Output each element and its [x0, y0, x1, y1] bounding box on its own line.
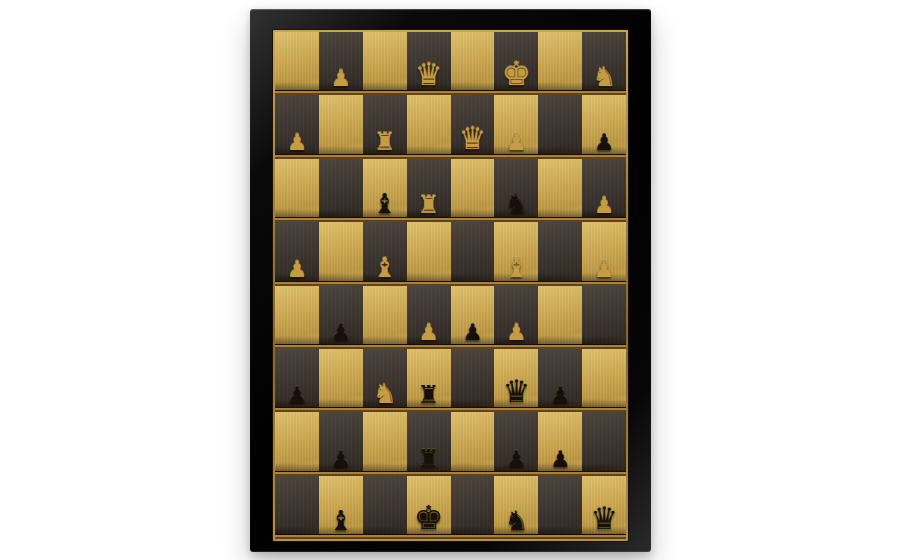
- square-f2[interactable]: ♟: [494, 412, 538, 475]
- gold-rook: ♜: [407, 192, 451, 217]
- square-e4[interactable]: ♟: [451, 286, 495, 349]
- square-h1[interactable]: ♛: [582, 476, 626, 539]
- square-d2[interactable]: ♜: [407, 412, 451, 475]
- square-c7[interactable]: ♜: [363, 95, 407, 158]
- square-g7[interactable]: [538, 95, 582, 158]
- gold-knight: ♞: [363, 380, 407, 407]
- square-a7[interactable]: ♟: [275, 95, 319, 158]
- chess-board: ♟♛♚♞♟♜♛♟♟♝♜♞♟♟♝♝♟♟♟♟♟♟♞♜♛♟♟♜♟♟♝♚♞♛: [275, 32, 626, 539]
- product-photo: ♟♛♚♞♟♜♛♟♟♝♜♞♟♟♝♝♟♟♟♟♟♟♞♜♛♟♟♜♟♟♝♚♞♛: [0, 0, 900, 560]
- gold-pawn: ♟: [494, 321, 538, 344]
- square-h3[interactable]: [582, 349, 626, 412]
- square-c4[interactable]: [363, 286, 407, 349]
- square-a3[interactable]: ♟: [275, 349, 319, 412]
- black-rook: ♜: [407, 382, 451, 407]
- gold-queen: ♛: [407, 59, 451, 90]
- black-pawn: ♟: [582, 131, 626, 154]
- square-h5[interactable]: ♟: [582, 222, 626, 285]
- square-b2[interactable]: ♟: [319, 412, 363, 475]
- gold-pawn: ♟: [582, 194, 626, 217]
- square-d5[interactable]: [407, 222, 451, 285]
- square-b8[interactable]: ♟: [319, 32, 363, 95]
- square-c6[interactable]: ♝: [363, 159, 407, 222]
- square-e5[interactable]: [451, 222, 495, 285]
- black-knight: ♞: [494, 507, 538, 534]
- gold-pawn: ♟: [275, 131, 319, 154]
- gold-knight: ♞: [582, 63, 626, 90]
- square-b4[interactable]: ♟: [319, 286, 363, 349]
- square-g8[interactable]: [538, 32, 582, 95]
- square-c1[interactable]: [363, 476, 407, 539]
- black-pawn: ♟: [451, 321, 495, 344]
- gold-bishop: ♝: [363, 254, 407, 281]
- square-f3[interactable]: ♛: [494, 349, 538, 412]
- square-g5[interactable]: [538, 222, 582, 285]
- gold-king: ♚: [494, 57, 538, 90]
- gold-pawn: ♟: [582, 258, 626, 281]
- square-d3[interactable]: ♜: [407, 349, 451, 412]
- square-d7[interactable]: [407, 95, 451, 158]
- gold-pawn: ♟: [275, 258, 319, 281]
- square-a2[interactable]: [275, 412, 319, 475]
- square-a1[interactable]: [275, 476, 319, 539]
- square-e3[interactable]: [451, 349, 495, 412]
- black-pawn: ♟: [538, 448, 582, 471]
- square-e6[interactable]: [451, 159, 495, 222]
- square-f4[interactable]: ♟: [494, 286, 538, 349]
- square-c8[interactable]: [363, 32, 407, 95]
- square-d4[interactable]: ♟: [407, 286, 451, 349]
- black-knight: ♞: [494, 190, 538, 217]
- square-b3[interactable]: [319, 349, 363, 412]
- square-a6[interactable]: [275, 159, 319, 222]
- black-bishop: ♝: [363, 190, 407, 217]
- square-a5[interactable]: ♟: [275, 222, 319, 285]
- gold-pawn: ♟: [407, 321, 451, 344]
- square-h4[interactable]: [582, 286, 626, 349]
- square-h2[interactable]: [582, 412, 626, 475]
- square-f8[interactable]: ♚: [494, 32, 538, 95]
- gold-queen: ♛: [451, 123, 495, 154]
- black-pawn: ♟: [275, 384, 319, 407]
- square-g3[interactable]: ♟: [538, 349, 582, 412]
- black-pawn: ♟: [319, 321, 363, 344]
- gold-pawn: ♟: [494, 131, 538, 154]
- square-d6[interactable]: ♜: [407, 159, 451, 222]
- square-e2[interactable]: [451, 412, 495, 475]
- black-pawn: ♟: [319, 448, 363, 471]
- black-rook: ♜: [407, 446, 451, 471]
- square-g1[interactable]: [538, 476, 582, 539]
- black-queen: ♛: [582, 503, 626, 534]
- picture-frame: ♟♛♚♞♟♜♛♟♟♝♜♞♟♟♝♝♟♟♟♟♟♟♞♜♛♟♟♜♟♟♝♚♞♛: [250, 9, 651, 552]
- square-g2[interactable]: ♟: [538, 412, 582, 475]
- square-c2[interactable]: [363, 412, 407, 475]
- square-a4[interactable]: [275, 286, 319, 349]
- square-h8[interactable]: ♞: [582, 32, 626, 95]
- square-h7[interactable]: ♟: [582, 95, 626, 158]
- square-e8[interactable]: [451, 32, 495, 95]
- square-e7[interactable]: ♛: [451, 95, 495, 158]
- square-b6[interactable]: [319, 159, 363, 222]
- square-h6[interactable]: ♟: [582, 159, 626, 222]
- square-g4[interactable]: [538, 286, 582, 349]
- square-g6[interactable]: [538, 159, 582, 222]
- square-f7[interactable]: ♟: [494, 95, 538, 158]
- square-f1[interactable]: ♞: [494, 476, 538, 539]
- black-pawn: ♟: [494, 448, 538, 471]
- square-f6[interactable]: ♞: [494, 159, 538, 222]
- black-queen: ♛: [494, 376, 538, 407]
- square-b1[interactable]: ♝: [319, 476, 363, 539]
- square-b7[interactable]: [319, 95, 363, 158]
- square-d1[interactable]: ♚: [407, 476, 451, 539]
- square-b5[interactable]: [319, 222, 363, 285]
- black-bishop: ♝: [319, 507, 363, 534]
- gold-pawn: ♟: [319, 67, 363, 90]
- square-f5[interactable]: ♝: [494, 222, 538, 285]
- square-c5[interactable]: ♝: [363, 222, 407, 285]
- gold-rook: ♜: [363, 129, 407, 154]
- square-c3[interactable]: ♞: [363, 349, 407, 412]
- square-e1[interactable]: [451, 476, 495, 539]
- square-a8[interactable]: [275, 32, 319, 95]
- square-d8[interactable]: ♛: [407, 32, 451, 95]
- black-pawn: ♟: [538, 384, 582, 407]
- gold-trim: ♟♛♚♞♟♜♛♟♟♝♜♞♟♟♝♝♟♟♟♟♟♟♞♜♛♟♟♜♟♟♝♚♞♛: [273, 30, 628, 541]
- gold-bishop: ♝: [494, 254, 538, 281]
- black-king: ♚: [407, 501, 451, 534]
